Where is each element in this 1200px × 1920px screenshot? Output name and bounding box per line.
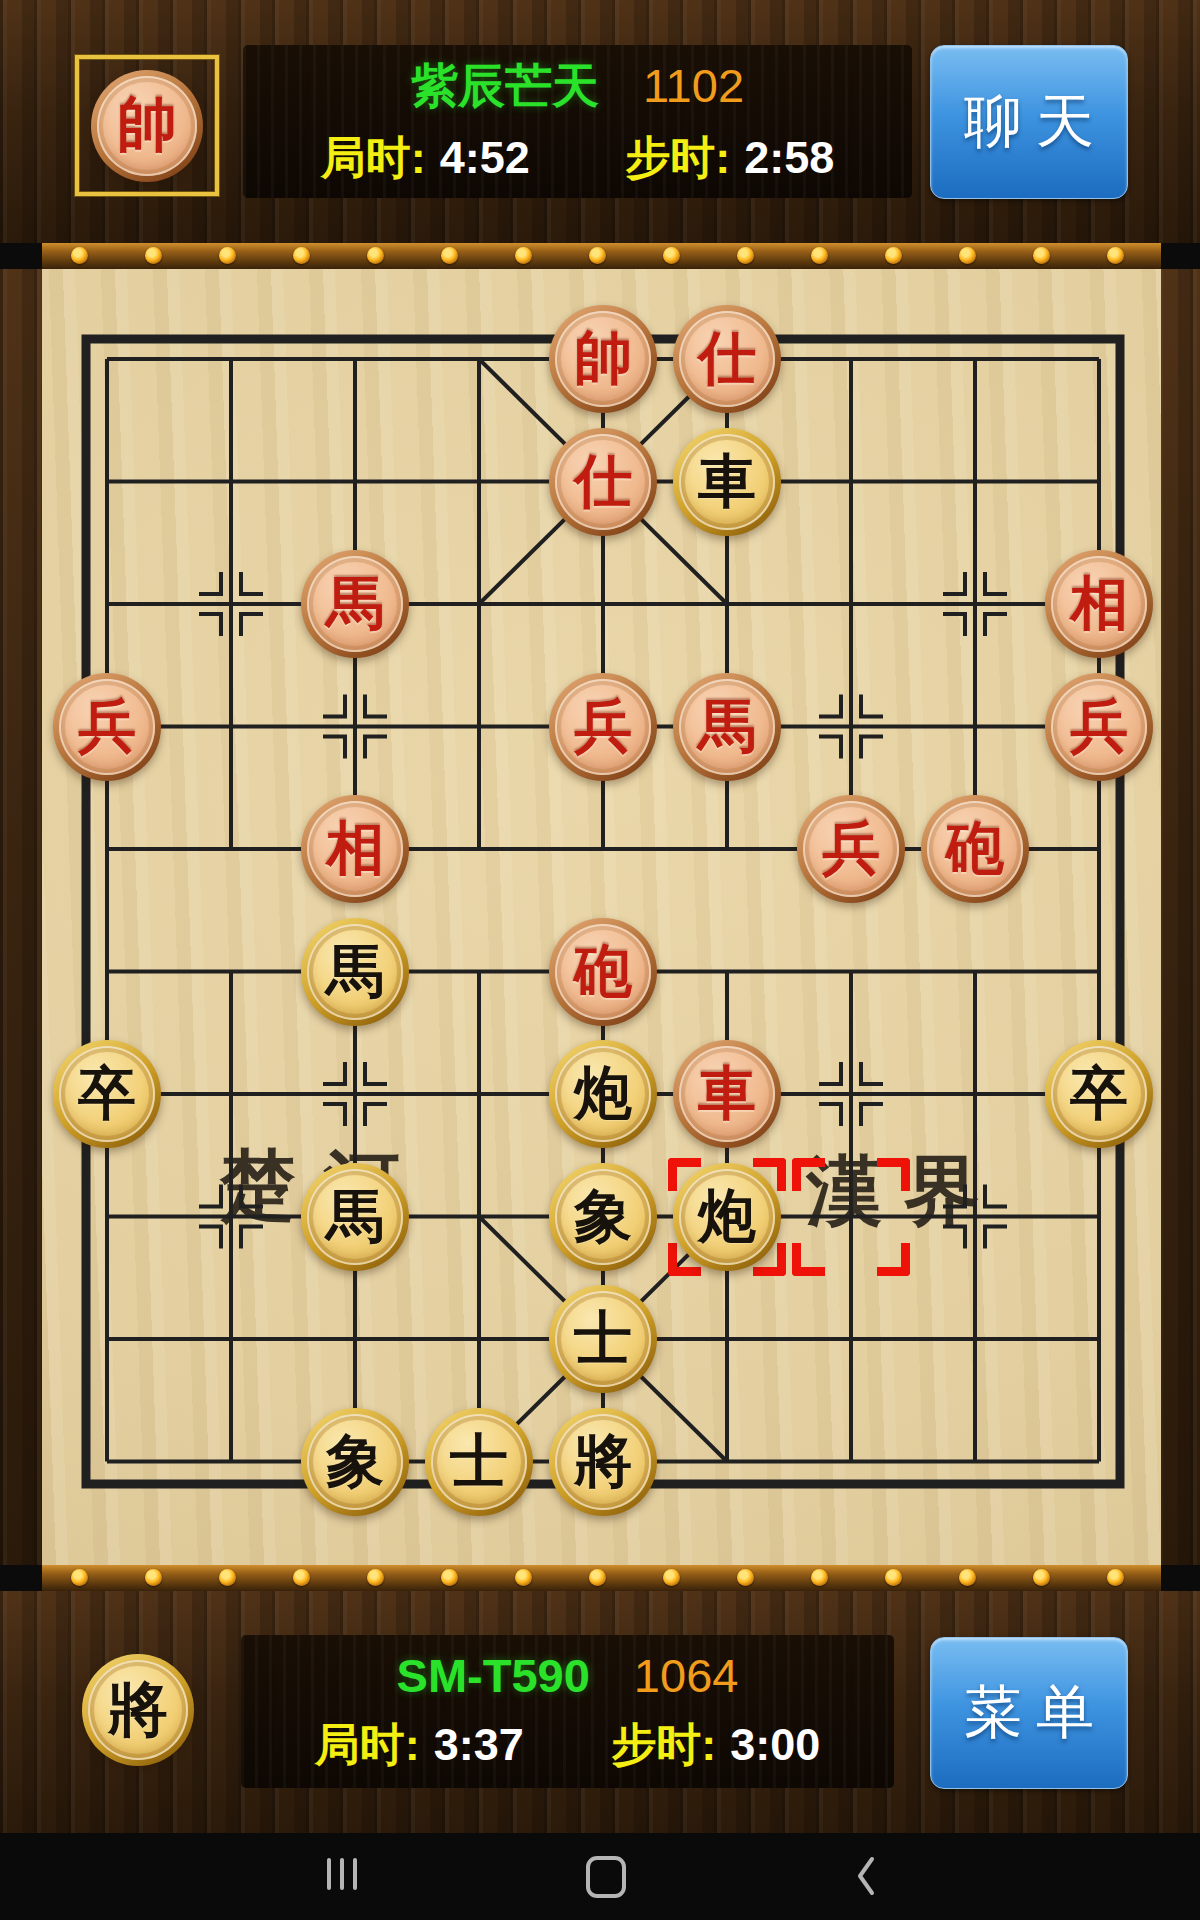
piece-glyph: 士	[425, 1408, 533, 1516]
piece-black-象-4-7[interactable]: 象	[549, 1163, 657, 1271]
bottom-player-bar: 將 SM-T590 1064 局时: 3:37 步时: 3:00 菜单	[0, 1591, 1200, 1833]
piece-black-象-2-9[interactable]: 象	[301, 1408, 409, 1516]
stud-icon	[885, 247, 902, 264]
stud-icon	[811, 247, 828, 264]
piece-glyph: 士	[549, 1285, 657, 1393]
stud-icon	[589, 247, 606, 264]
player-avatar-glyph: 將	[82, 1654, 194, 1766]
piece-red-帥-4-0[interactable]: 帥	[549, 305, 657, 413]
game-time-label: 局时:	[321, 128, 426, 188]
move-marker-corner	[792, 1243, 825, 1276]
piece-glyph: 兵	[549, 673, 657, 781]
recents-icon[interactable]	[327, 1858, 357, 1890]
stud-icon	[663, 1569, 680, 1586]
piece-black-炮-4-6[interactable]: 炮	[549, 1040, 657, 1148]
player-rating: 1064	[634, 1648, 739, 1703]
player-avatar-piece: 將	[82, 1654, 194, 1766]
player-game-clock: 局时: 3:37	[315, 1715, 524, 1775]
piece-black-士-3-9[interactable]: 士	[425, 1408, 533, 1516]
piece-glyph: 兵	[797, 795, 905, 903]
stud-icon	[367, 1569, 384, 1586]
opponent-name: 紫辰芒天	[411, 55, 599, 118]
stud-icon	[737, 247, 754, 264]
piece-black-馬-2-5[interactable]: 馬	[301, 918, 409, 1026]
piece-red-車-5-6[interactable]: 車	[673, 1040, 781, 1148]
player-info-panel: SM-T590 1064 局时: 3:37 步时: 3:00	[241, 1635, 894, 1788]
game-time-label: 局时:	[315, 1715, 420, 1775]
home-icon[interactable]	[586, 1856, 626, 1898]
piece-glyph: 車	[673, 428, 781, 536]
stud-icon	[885, 1569, 902, 1586]
stud-icon	[219, 247, 236, 264]
piece-red-仕-4-1[interactable]: 仕	[549, 428, 657, 536]
piece-black-卒-0-6[interactable]: 卒	[53, 1040, 161, 1148]
opponent-move-clock: 步时: 2:58	[625, 128, 834, 188]
player-move-clock: 步时: 3:00	[611, 1715, 820, 1775]
stud-icon	[811, 1569, 828, 1586]
opponent-info-panel: 紫辰芒天 1102 局时: 4:52 步时: 2:58	[243, 45, 912, 198]
stud-icon	[219, 1569, 236, 1586]
game-time-value: 3:37	[434, 1719, 524, 1771]
piece-glyph: 炮	[673, 1163, 781, 1271]
opponent-identity-row: 紫辰芒天 1102	[243, 55, 912, 118]
opponent-game-clock: 局时: 4:52	[321, 128, 530, 188]
piece-red-砲-4-5[interactable]: 砲	[549, 918, 657, 1026]
stud-icon	[145, 1569, 162, 1586]
piece-glyph: 將	[549, 1408, 657, 1516]
stud-icon	[589, 1569, 606, 1586]
stud-icon	[1033, 1569, 1050, 1586]
piece-red-馬-2-2[interactable]: 馬	[301, 550, 409, 658]
chat-button[interactable]: 聊天	[930, 45, 1128, 199]
top-player-bar: 帥 紫辰芒天 1102 局时: 4:52 步时: 2:58 聊天	[0, 0, 1200, 243]
stud-icon	[1107, 247, 1124, 264]
piece-glyph: 卒	[53, 1040, 161, 1148]
piece-black-炮-5-7-selected[interactable]: 炮	[673, 1163, 781, 1271]
move-marker-corner	[792, 1158, 825, 1191]
piece-red-相-2-4[interactable]: 相	[301, 795, 409, 903]
piece-glyph: 砲	[549, 918, 657, 1026]
piece-black-馬-2-7[interactable]: 馬	[301, 1163, 409, 1271]
stud-icon	[959, 1569, 976, 1586]
piece-glyph: 卒	[1045, 1040, 1153, 1148]
android-nav-bar	[0, 1833, 1200, 1920]
piece-glyph: 馬	[301, 918, 409, 1026]
piece-glyph: 象	[549, 1163, 657, 1271]
piece-red-兵-8-3[interactable]: 兵	[1045, 673, 1153, 781]
stud-icon	[1107, 1569, 1124, 1586]
move-time-label: 步时:	[611, 1715, 716, 1775]
stud-icon	[959, 247, 976, 264]
piece-glyph: 馬	[673, 673, 781, 781]
piece-glyph: 炮	[549, 1040, 657, 1148]
move-marker-corner	[877, 1243, 910, 1276]
piece-glyph: 相	[301, 795, 409, 903]
board-area: 楚河 漢界 帥仕仕車馬相兵兵馬兵相兵砲馬砲卒炮車卒馬象炮士象士將	[0, 269, 1200, 1565]
piece-glyph: 砲	[921, 795, 1029, 903]
piece-glyph: 兵	[53, 673, 161, 781]
move-time-label: 步时:	[625, 128, 730, 188]
piece-red-砲-7-4[interactable]: 砲	[921, 795, 1029, 903]
stud-icon	[71, 247, 88, 264]
bottom-stud-rail	[42, 1565, 1161, 1591]
menu-button[interactable]: 菜单	[930, 1637, 1128, 1789]
stud-icon	[1033, 247, 1050, 264]
stud-icon	[515, 247, 532, 264]
piece-glyph: 馬	[301, 550, 409, 658]
game-time-value: 4:52	[440, 132, 530, 184]
piece-red-兵-0-3[interactable]: 兵	[53, 673, 161, 781]
piece-glyph: 仕	[673, 305, 781, 413]
player-avatar[interactable]: 將	[82, 1654, 194, 1766]
piece-black-車-5-1[interactable]: 車	[673, 428, 781, 536]
move-marker	[792, 1158, 910, 1276]
opponent-rating: 1102	[643, 58, 744, 113]
piece-glyph: 仕	[549, 428, 657, 536]
piece-black-卒-8-6[interactable]: 卒	[1045, 1040, 1153, 1148]
piece-red-兵-6-4[interactable]: 兵	[797, 795, 905, 903]
piece-glyph: 車	[673, 1040, 781, 1148]
piece-glyph: 相	[1045, 550, 1153, 658]
piece-red-兵-4-3[interactable]: 兵	[549, 673, 657, 781]
stud-icon	[71, 1569, 88, 1586]
move-marker-corner	[877, 1158, 910, 1191]
opponent-clock-row: 局时: 4:52 步时: 2:58	[243, 128, 912, 188]
opponent-avatar-glyph: 帥	[91, 70, 203, 182]
stud-icon	[737, 1569, 754, 1586]
pieces-layer[interactable]: 帥仕仕車馬相兵兵馬兵相兵砲馬砲卒炮車卒馬象炮士象士將	[0, 269, 1200, 1565]
stud-icon	[293, 1569, 310, 1586]
piece-black-士-4-8[interactable]: 士	[549, 1285, 657, 1393]
stud-icon	[293, 247, 310, 264]
piece-glyph: 馬	[301, 1163, 409, 1271]
player-clock-row: 局时: 3:37 步时: 3:00	[241, 1715, 894, 1775]
stud-icon	[145, 247, 162, 264]
move-time-value: 3:00	[730, 1719, 820, 1771]
piece-glyph: 象	[301, 1408, 409, 1516]
stud-icon	[441, 247, 458, 264]
stud-icon	[663, 247, 680, 264]
top-stud-rail	[42, 243, 1161, 269]
move-time-value: 2:58	[744, 132, 834, 184]
player-identity-row: SM-T590 1064	[241, 1648, 894, 1703]
stud-icon	[441, 1569, 458, 1586]
back-icon[interactable]	[856, 1855, 876, 1897]
piece-glyph: 帥	[549, 305, 657, 413]
app-screen: 帥 紫辰芒天 1102 局时: 4:52 步时: 2:58 聊天	[0, 0, 1200, 1920]
piece-glyph: 兵	[1045, 673, 1153, 781]
piece-red-馬-5-3[interactable]: 馬	[673, 673, 781, 781]
stud-icon	[367, 247, 384, 264]
opponent-avatar-piece: 帥	[91, 70, 203, 182]
piece-red-相-8-2[interactable]: 相	[1045, 550, 1153, 658]
opponent-avatar[interactable]: 帥	[75, 55, 219, 196]
stud-icon	[515, 1569, 532, 1586]
player-name: SM-T590	[397, 1648, 590, 1703]
piece-black-將-4-9[interactable]: 將	[549, 1408, 657, 1516]
piece-red-仕-5-0[interactable]: 仕	[673, 305, 781, 413]
